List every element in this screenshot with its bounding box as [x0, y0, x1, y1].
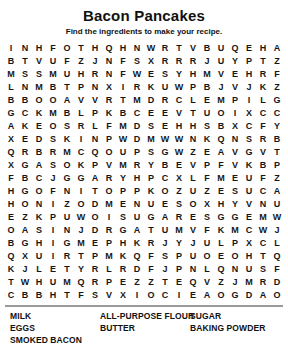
grid-cell-r2c14[interactable]: R: [186, 55, 200, 68]
grid-cell-r13c14[interactable]: O: [186, 198, 200, 211]
grid-cell-r5c7[interactable]: V: [88, 94, 102, 107]
grid-cell-r14c15[interactable]: S: [200, 211, 214, 224]
grid-cell-r9c8[interactable]: O: [102, 146, 116, 159]
grid-cell-r2c9[interactable]: F: [116, 55, 130, 68]
grid-cell-r4c4[interactable]: B: [46, 81, 60, 94]
grid-cell-r11c9[interactable]: Y: [116, 172, 130, 185]
grid-cell-r14c10[interactable]: U: [130, 211, 144, 224]
grid-cell-r4c12[interactable]: U: [158, 81, 172, 94]
grid-cell-r12c14[interactable]: U: [186, 185, 200, 198]
grid-cell-r6c2[interactable]: C: [18, 107, 32, 120]
grid-cell-r14c17[interactable]: G: [228, 211, 242, 224]
grid-cell-r8c15[interactable]: K: [200, 133, 214, 146]
grid-cell-r10c4[interactable]: S: [46, 159, 60, 172]
grid-cell-r17c12[interactable]: S: [158, 250, 172, 263]
grid-cell-r17c14[interactable]: U: [186, 250, 200, 263]
grid-cell-r6c15[interactable]: U: [200, 107, 214, 120]
grid-cell-r5c18[interactable]: I: [242, 94, 256, 107]
grid-cell-r5c2[interactable]: B: [18, 94, 32, 107]
grid-cell-r18c19[interactable]: S: [256, 263, 270, 276]
grid-cell-r4c8[interactable]: X: [102, 81, 116, 94]
grid-cell-r2c7[interactable]: J: [88, 55, 102, 68]
grid-cell-r7c13[interactable]: H: [172, 120, 186, 133]
grid-cell-r8c7[interactable]: N: [88, 133, 102, 146]
grid-cell-r3c17[interactable]: E: [228, 68, 242, 81]
grid-cell-r10c6[interactable]: K: [74, 159, 88, 172]
grid-cell-r19c14[interactable]: Q: [186, 276, 200, 289]
grid-cell-r8c2[interactable]: E: [18, 133, 32, 146]
grid-cell-r6c6[interactable]: L: [74, 107, 88, 120]
grid-cell-r15c18[interactable]: C: [242, 224, 256, 237]
grid-cell-r7c10[interactable]: D: [130, 120, 144, 133]
grid-cell-r3c20[interactable]: F: [270, 68, 284, 81]
grid-cell-r19c15[interactable]: V: [200, 276, 214, 289]
grid-cell-r11c15[interactable]: F: [200, 172, 214, 185]
grid-cell-r5c4[interactable]: O: [46, 94, 60, 107]
grid-cell-r13c16[interactable]: H: [214, 198, 228, 211]
grid-cell-r19c18[interactable]: M: [242, 276, 256, 289]
grid-cell-r7c1[interactable]: A: [4, 120, 18, 133]
grid-cell-r9c12[interactable]: G: [158, 146, 172, 159]
grid-cell-r17c20[interactable]: Q: [270, 250, 284, 263]
grid-cell-r13c9[interactable]: E: [116, 198, 130, 211]
grid-cell-r8c14[interactable]: N: [186, 133, 200, 146]
grid-cell-r15c5[interactable]: N: [60, 224, 74, 237]
grid-cell-r15c4[interactable]: I: [46, 224, 60, 237]
grid-cell-r12c18[interactable]: U: [242, 185, 256, 198]
grid-cell-r14c19[interactable]: M: [256, 211, 270, 224]
grid-cell-r19c17[interactable]: J: [228, 276, 242, 289]
grid-cell-r14c11[interactable]: G: [144, 211, 158, 224]
grid-cell-r12c15[interactable]: Z: [200, 185, 214, 198]
grid-cell-r20c13[interactable]: I: [172, 289, 186, 302]
grid-cell-r1c7[interactable]: H: [88, 42, 102, 55]
grid-cell-r2c2[interactable]: T: [18, 55, 32, 68]
grid-cell-r13c7[interactable]: D: [88, 198, 102, 211]
grid-cell-r11c10[interactable]: H: [130, 172, 144, 185]
grid-cell-r17c4[interactable]: I: [46, 250, 60, 263]
grid-cell-r5c10[interactable]: M: [130, 94, 144, 107]
grid-cell-r7c15[interactable]: S: [200, 120, 214, 133]
grid-cell-r5c11[interactable]: D: [144, 94, 158, 107]
grid-cell-r4c14[interactable]: P: [186, 81, 200, 94]
grid-cell-r20c18[interactable]: D: [242, 289, 256, 302]
grid-cell-r3c3[interactable]: S: [32, 68, 46, 81]
grid-cell-r17c13[interactable]: P: [172, 250, 186, 263]
grid-cell-r20c2[interactable]: B: [18, 289, 32, 302]
grid-cell-r15c6[interactable]: J: [74, 224, 88, 237]
grid-cell-r20c17[interactable]: G: [228, 289, 242, 302]
grid-cell-r20c19[interactable]: A: [256, 289, 270, 302]
grid-cell-r15c1[interactable]: O: [4, 224, 18, 237]
grid-cell-r12c16[interactable]: E: [214, 185, 228, 198]
grid-cell-r10c10[interactable]: R: [130, 159, 144, 172]
grid-cell-r16c12[interactable]: J: [158, 237, 172, 250]
grid-cell-r4c7[interactable]: N: [88, 81, 102, 94]
grid-cell-r16c14[interactable]: J: [186, 237, 200, 250]
grid-cell-r1c8[interactable]: Q: [102, 42, 116, 55]
grid-cell-r18c7[interactable]: R: [88, 263, 102, 276]
grid-cell-r3c18[interactable]: H: [242, 68, 256, 81]
grid-cell-r9c10[interactable]: P: [130, 146, 144, 159]
grid-cell-r12c20[interactable]: A: [270, 185, 284, 198]
grid-cell-r16c1[interactable]: B: [4, 237, 18, 250]
grid-cell-r14c6[interactable]: W: [74, 211, 88, 224]
grid-cell-r20c5[interactable]: T: [60, 289, 74, 302]
grid-cell-r8c1[interactable]: X: [4, 133, 18, 146]
grid-cell-r12c5[interactable]: N: [60, 185, 74, 198]
grid-cell-r13c4[interactable]: I: [46, 198, 60, 211]
grid-cell-r1c3[interactable]: H: [32, 42, 46, 55]
grid-cell-r1c11[interactable]: W: [144, 42, 158, 55]
grid-cell-r4c10[interactable]: R: [130, 81, 144, 94]
grid-cell-r15c10[interactable]: A: [130, 224, 144, 237]
grid-cell-r7c17[interactable]: X: [228, 120, 242, 133]
grid-cell-r10c9[interactable]: M: [116, 159, 130, 172]
grid-cell-r12c4[interactable]: F: [46, 185, 60, 198]
grid-cell-r18c10[interactable]: D: [130, 263, 144, 276]
grid-cell-r10c11[interactable]: Y: [144, 159, 158, 172]
grid-cell-r9c2[interactable]: R: [18, 146, 32, 159]
grid-cell-r2c8[interactable]: N: [102, 55, 116, 68]
grid-cell-r18c5[interactable]: T: [60, 263, 74, 276]
grid-cell-r1c20[interactable]: A: [270, 42, 284, 55]
grid-cell-r5c19[interactable]: L: [256, 94, 270, 107]
grid-cell-r11c3[interactable]: C: [32, 172, 46, 185]
grid-cell-r13c11[interactable]: U: [144, 198, 158, 211]
grid-cell-r12c7[interactable]: T: [88, 185, 102, 198]
grid-cell-r14c2[interactable]: Z: [18, 211, 32, 224]
grid-cell-r7c16[interactable]: B: [214, 120, 228, 133]
grid-cell-r12c10[interactable]: P: [130, 185, 144, 198]
grid-cell-r17c2[interactable]: X: [18, 250, 32, 263]
grid-cell-r13c15[interactable]: X: [200, 198, 214, 211]
grid-cell-r20c7[interactable]: S: [88, 289, 102, 302]
grid-cell-r15c15[interactable]: F: [200, 224, 214, 237]
grid-cell-r9c16[interactable]: A: [214, 146, 228, 159]
grid-cell-r13c6[interactable]: O: [74, 198, 88, 211]
grid-cell-r20c4[interactable]: H: [46, 289, 60, 302]
grid-cell-r14c20[interactable]: W: [270, 211, 284, 224]
grid-cell-r20c3[interactable]: B: [32, 289, 46, 302]
grid-cell-r16c20[interactable]: L: [270, 237, 284, 250]
grid-cell-r11c6[interactable]: G: [74, 172, 88, 185]
grid-cell-r12c12[interactable]: O: [158, 185, 172, 198]
grid-cell-r16c18[interactable]: X: [242, 237, 256, 250]
grid-cell-r7c4[interactable]: O: [46, 120, 60, 133]
grid-cell-r19c3[interactable]: H: [32, 276, 46, 289]
grid-cell-r20c15[interactable]: A: [200, 289, 214, 302]
grid-cell-r14c18[interactable]: E: [242, 211, 256, 224]
grid-cell-r16c13[interactable]: Y: [172, 237, 186, 250]
grid-cell-r20c11[interactable]: O: [144, 289, 158, 302]
grid-cell-r5c17[interactable]: P: [228, 94, 242, 107]
grid-cell-r14c14[interactable]: E: [186, 211, 200, 224]
grid-cell-r17c10[interactable]: Q: [130, 250, 144, 263]
grid-cell-r4c5[interactable]: T: [60, 81, 74, 94]
grid-cell-r20c10[interactable]: I: [130, 289, 144, 302]
grid-cell-r12c17[interactable]: S: [228, 185, 242, 198]
grid-cell-r2c12[interactable]: R: [158, 55, 172, 68]
grid-cell-r5c5[interactable]: A: [60, 94, 74, 107]
grid-cell-r6c8[interactable]: K: [102, 107, 116, 120]
grid-cell-r20c16[interactable]: O: [214, 289, 228, 302]
grid-cell-r18c13[interactable]: P: [172, 263, 186, 276]
grid-cell-r2c17[interactable]: Y: [228, 55, 242, 68]
grid-cell-r20c12[interactable]: C: [158, 289, 172, 302]
grid-cell-r8c11[interactable]: M: [144, 133, 158, 146]
grid-cell-r10c3[interactable]: A: [32, 159, 46, 172]
grid-cell-r16c6[interactable]: M: [74, 237, 88, 250]
grid-cell-r12c1[interactable]: H: [4, 185, 18, 198]
grid-cell-r2c3[interactable]: V: [32, 55, 46, 68]
grid-cell-r4c13[interactable]: W: [172, 81, 186, 94]
grid-cell-r7c14[interactable]: H: [186, 120, 200, 133]
grid-cell-r1c9[interactable]: H: [116, 42, 130, 55]
grid-cell-r9c15[interactable]: E: [200, 146, 214, 159]
grid-cell-r5c12[interactable]: R: [158, 94, 172, 107]
grid-cell-r14c5[interactable]: U: [60, 211, 74, 224]
grid-cell-r12c3[interactable]: O: [32, 185, 46, 198]
grid-cell-r9c19[interactable]: V: [256, 146, 270, 159]
grid-cell-r4c2[interactable]: N: [18, 81, 32, 94]
grid-cell-r1c14[interactable]: V: [186, 42, 200, 55]
grid-cell-r17c18[interactable]: H: [242, 250, 256, 263]
grid-cell-r3c15[interactable]: M: [200, 68, 214, 81]
grid-cell-r2c4[interactable]: U: [46, 55, 60, 68]
grid-cell-r6c13[interactable]: V: [172, 107, 186, 120]
grid-cell-r1c17[interactable]: Q: [228, 42, 242, 55]
grid-cell-r5c20[interactable]: G: [270, 94, 284, 107]
grid-cell-r15c7[interactable]: D: [88, 224, 102, 237]
grid-cell-r12c13[interactable]: Z: [172, 185, 186, 198]
grid-cell-r7c2[interactable]: K: [18, 120, 32, 133]
grid-cell-r18c6[interactable]: Y: [74, 263, 88, 276]
grid-cell-r13c13[interactable]: S: [172, 198, 186, 211]
grid-cell-r12c2[interactable]: G: [18, 185, 32, 198]
grid-cell-r14c9[interactable]: S: [116, 211, 130, 224]
grid-cell-r19c7[interactable]: R: [88, 276, 102, 289]
grid-cell-r17c8[interactable]: M: [102, 250, 116, 263]
grid-cell-r20c14[interactable]: E: [186, 289, 200, 302]
grid-cell-r7c8[interactable]: F: [102, 120, 116, 133]
grid-cell-r15c8[interactable]: R: [102, 224, 116, 237]
grid-cell-r14c1[interactable]: E: [4, 211, 18, 224]
grid-cell-r9c9[interactable]: U: [116, 146, 130, 159]
grid-cell-r7c9[interactable]: M: [116, 120, 130, 133]
grid-cell-r5c14[interactable]: L: [186, 94, 200, 107]
grid-cell-r1c18[interactable]: E: [242, 42, 256, 55]
grid-cell-r18c9[interactable]: R: [116, 263, 130, 276]
grid-cell-r16c9[interactable]: H: [116, 237, 130, 250]
grid-cell-r20c8[interactable]: V: [102, 289, 116, 302]
grid-cell-r10c15[interactable]: P: [200, 159, 214, 172]
grid-cell-r11c19[interactable]: F: [256, 172, 270, 185]
grid-cell-r14c12[interactable]: A: [158, 211, 172, 224]
grid-cell-r15c3[interactable]: S: [32, 224, 46, 237]
grid-cell-r19c5[interactable]: M: [60, 276, 74, 289]
grid-cell-r1c5[interactable]: O: [60, 42, 74, 55]
grid-cell-r9c7[interactable]: Q: [88, 146, 102, 159]
grid-cell-r10c18[interactable]: K: [242, 159, 256, 172]
grid-cell-r5c13[interactable]: C: [172, 94, 186, 107]
grid-cell-r19c6[interactable]: Q: [74, 276, 88, 289]
grid-cell-r2c19[interactable]: T: [256, 55, 270, 68]
grid-cell-r2c1[interactable]: B: [4, 55, 18, 68]
grid-cell-r8c8[interactable]: P: [102, 133, 116, 146]
grid-cell-r19c11[interactable]: Z: [144, 276, 158, 289]
grid-cell-r16c4[interactable]: I: [46, 237, 60, 250]
grid-cell-r6c14[interactable]: T: [186, 107, 200, 120]
grid-cell-r8c3[interactable]: D: [32, 133, 46, 146]
grid-cell-r9c20[interactable]: T: [270, 146, 284, 159]
grid-cell-r6c17[interactable]: I: [228, 107, 242, 120]
grid-cell-r18c4[interactable]: E: [46, 263, 60, 276]
grid-cell-r15c2[interactable]: A: [18, 224, 32, 237]
grid-cell-r13c5[interactable]: Z: [60, 198, 74, 211]
grid-cell-r6c1[interactable]: G: [4, 107, 18, 120]
grid-cell-r4c3[interactable]: M: [32, 81, 46, 94]
grid-cell-r20c1[interactable]: C: [4, 289, 18, 302]
grid-cell-r4c16[interactable]: J: [214, 81, 228, 94]
grid-cell-r17c7[interactable]: P: [88, 250, 102, 263]
grid-cell-r12c6[interactable]: I: [74, 185, 88, 198]
grid-cell-r9c18[interactable]: G: [242, 146, 256, 159]
grid-cell-r11c1[interactable]: F: [4, 172, 18, 185]
grid-cell-r17c16[interactable]: E: [214, 250, 228, 263]
grid-cell-r2c13[interactable]: R: [172, 55, 186, 68]
grid-cell-r18c12[interactable]: J: [158, 263, 172, 276]
grid-cell-r2c15[interactable]: J: [200, 55, 214, 68]
grid-cell-r11c17[interactable]: E: [228, 172, 242, 185]
grid-cell-r5c16[interactable]: M: [214, 94, 228, 107]
grid-cell-r3c19[interactable]: R: [256, 68, 270, 81]
grid-cell-r13c18[interactable]: V: [242, 198, 256, 211]
grid-cell-r16c7[interactable]: E: [88, 237, 102, 250]
grid-cell-r2c20[interactable]: Z: [270, 55, 284, 68]
grid-cell-r6c3[interactable]: K: [32, 107, 46, 120]
grid-cell-r8c13[interactable]: W: [172, 133, 186, 146]
grid-cell-r3c11[interactable]: E: [144, 68, 158, 81]
grid-cell-r12c9[interactable]: P: [116, 185, 130, 198]
grid-cell-r13c17[interactable]: Y: [228, 198, 242, 211]
grid-cell-r14c16[interactable]: G: [214, 211, 228, 224]
grid-cell-r20c9[interactable]: X: [116, 289, 130, 302]
grid-cell-r4c11[interactable]: K: [144, 81, 158, 94]
grid-cell-r16c8[interactable]: P: [102, 237, 116, 250]
grid-cell-r7c20[interactable]: Y: [270, 120, 284, 133]
grid-cell-r13c10[interactable]: N: [130, 198, 144, 211]
grid-cell-r8c12[interactable]: W: [158, 133, 172, 146]
grid-cell-r4c20[interactable]: Z: [270, 81, 284, 94]
grid-cell-r2c11[interactable]: X: [144, 55, 158, 68]
grid-cell-r16c17[interactable]: P: [228, 237, 242, 250]
grid-cell-r1c4[interactable]: F: [46, 42, 60, 55]
grid-cell-r11c20[interactable]: Z: [270, 172, 284, 185]
grid-cell-r13c12[interactable]: E: [158, 198, 172, 211]
grid-cell-r16c2[interactable]: G: [18, 237, 32, 250]
grid-cell-r1c12[interactable]: R: [158, 42, 172, 55]
grid-cell-r3c6[interactable]: H: [74, 68, 88, 81]
grid-cell-r14c3[interactable]: K: [32, 211, 46, 224]
grid-cell-r16c5[interactable]: G: [60, 237, 74, 250]
grid-cell-r11c5[interactable]: G: [60, 172, 74, 185]
grid-cell-r1c1[interactable]: I: [4, 42, 18, 55]
grid-cell-r9c17[interactable]: V: [228, 146, 242, 159]
grid-cell-r15c17[interactable]: M: [228, 224, 242, 237]
grid-cell-r16c16[interactable]: L: [214, 237, 228, 250]
grid-cell-r8c18[interactable]: S: [242, 133, 256, 146]
grid-cell-r9c14[interactable]: Z: [186, 146, 200, 159]
grid-cell-r10c12[interactable]: B: [158, 159, 172, 172]
grid-cell-r6c10[interactable]: C: [130, 107, 144, 120]
grid-cell-r10c2[interactable]: G: [18, 159, 32, 172]
grid-cell-r5c9[interactable]: T: [116, 94, 130, 107]
grid-cell-r14c7[interactable]: O: [88, 211, 102, 224]
grid-cell-r8c16[interactable]: Q: [214, 133, 228, 146]
grid-cell-r6c20[interactable]: C: [270, 107, 284, 120]
grid-cell-r7c7[interactable]: L: [88, 120, 102, 133]
grid-cell-r13c20[interactable]: U: [270, 198, 284, 211]
grid-cell-r6c4[interactable]: M: [46, 107, 60, 120]
grid-cell-r18c1[interactable]: K: [4, 263, 18, 276]
grid-cell-r9c11[interactable]: S: [144, 146, 158, 159]
grid-cell-r13c8[interactable]: M: [102, 198, 116, 211]
grid-cell-r1c16[interactable]: U: [214, 42, 228, 55]
grid-cell-r1c15[interactable]: B: [200, 42, 214, 55]
grid-cell-r8c5[interactable]: K: [60, 133, 74, 146]
grid-cell-r2c6[interactable]: Z: [74, 55, 88, 68]
grid-cell-r6c11[interactable]: E: [144, 107, 158, 120]
grid-cell-r3c16[interactable]: V: [214, 68, 228, 81]
grid-cell-r17c9[interactable]: K: [116, 250, 130, 263]
grid-cell-r8c20[interactable]: B: [270, 133, 284, 146]
grid-cell-r4c18[interactable]: J: [242, 81, 256, 94]
grid-cell-r15c20[interactable]: J: [270, 224, 284, 237]
grid-cell-r13c2[interactable]: O: [18, 198, 32, 211]
grid-cell-r17c6[interactable]: T: [74, 250, 88, 263]
grid-cell-r10c17[interactable]: V: [228, 159, 242, 172]
grid-cell-r11c7[interactable]: A: [88, 172, 102, 185]
grid-cell-r19c8[interactable]: P: [102, 276, 116, 289]
grid-cell-r19c13[interactable]: E: [172, 276, 186, 289]
grid-cell-r18c18[interactable]: U: [242, 263, 256, 276]
grid-cell-r11c2[interactable]: B: [18, 172, 32, 185]
grid-cell-r3c5[interactable]: U: [60, 68, 74, 81]
grid-cell-r18c17[interactable]: N: [228, 263, 242, 276]
grid-cell-r19c1[interactable]: T: [4, 276, 18, 289]
grid-cell-r16c3[interactable]: H: [32, 237, 46, 250]
grid-cell-r16c11[interactable]: R: [144, 237, 158, 250]
grid-cell-r18c20[interactable]: F: [270, 263, 284, 276]
grid-cell-r2c18[interactable]: P: [242, 55, 256, 68]
grid-cell-r16c15[interactable]: U: [200, 237, 214, 250]
grid-cell-r10c5[interactable]: O: [60, 159, 74, 172]
grid-cell-r17c17[interactable]: O: [228, 250, 242, 263]
grid-cell-r15c16[interactable]: K: [214, 224, 228, 237]
grid-cell-r14c4[interactable]: P: [46, 211, 60, 224]
grid-cell-r9c6[interactable]: C: [74, 146, 88, 159]
grid-cell-r10c7[interactable]: P: [88, 159, 102, 172]
grid-cell-r11c14[interactable]: L: [186, 172, 200, 185]
grid-cell-r14c8[interactable]: I: [102, 211, 116, 224]
grid-cell-r15c14[interactable]: V: [186, 224, 200, 237]
grid-cell-r4c1[interactable]: L: [4, 81, 18, 94]
grid-cell-r5c1[interactable]: B: [4, 94, 18, 107]
grid-cell-r13c19[interactable]: N: [256, 198, 270, 211]
grid-cell-r10c14[interactable]: V: [186, 159, 200, 172]
grid-cell-r8c4[interactable]: S: [46, 133, 60, 146]
